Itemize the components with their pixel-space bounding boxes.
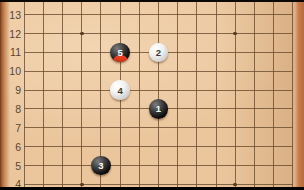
stone-number: 5	[117, 47, 122, 58]
star-point-4-12	[80, 32, 84, 36]
stone-black-1: 1	[149, 99, 168, 118]
board-surface[interactable]: 13121110987654 12345	[0, 0, 304, 190]
stone-black-3: 3	[91, 156, 110, 175]
stone-white-4: 4	[110, 80, 129, 99]
stone-number: 3	[98, 160, 103, 171]
stone-black-5: 5	[110, 43, 129, 62]
stone-white-2: 2	[149, 43, 168, 62]
letterbox-top-bar	[0, 0, 304, 2]
stone-number: 2	[156, 47, 161, 58]
letterbox-bottom-bar	[0, 187, 304, 190]
stones-grid: 12345	[15, 5, 302, 190]
app-screen: 13121110987654 12345	[0, 0, 304, 190]
stone-number: 1	[156, 103, 161, 114]
stone-number: 4	[117, 85, 122, 96]
star-point-12-4	[233, 183, 237, 187]
star-point-12-12	[233, 32, 237, 36]
star-point-4-4	[80, 183, 84, 187]
